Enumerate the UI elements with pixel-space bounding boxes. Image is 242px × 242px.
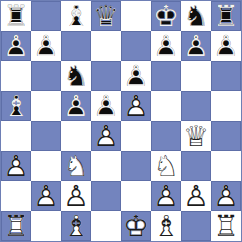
piece-white-bishop[interactable]: ♝♗ bbox=[151, 211, 181, 241]
white-pawn-glyph-fill: ♟ bbox=[91, 121, 121, 151]
square-d4[interactable]: ♟♙ bbox=[91, 121, 121, 151]
black-rook-glyph-outline: ♖ bbox=[211, 1, 241, 31]
square-e2[interactable] bbox=[121, 181, 151, 211]
square-a6[interactable] bbox=[1, 61, 31, 91]
white-bishop-glyph-fill: ♝ bbox=[61, 211, 91, 241]
white-pawn-glyph-outline: ♙ bbox=[211, 181, 241, 211]
black-king-glyph-fill: ♚ bbox=[151, 1, 181, 31]
black-bishop-glyph-outline: ♗ bbox=[61, 1, 91, 31]
white-pawn-glyph-fill: ♟ bbox=[121, 91, 151, 121]
square-e4[interactable] bbox=[121, 121, 151, 151]
white-bishop-glyph-outline: ♗ bbox=[61, 211, 91, 241]
piece-black-rook[interactable]: ♜♖ bbox=[1, 1, 31, 31]
square-g1[interactable] bbox=[181, 211, 211, 241]
piece-white-rook[interactable]: ♜♖ bbox=[211, 211, 241, 241]
white-pawn-glyph-outline: ♙ bbox=[1, 151, 31, 181]
black-pawn-glyph-outline: ♙ bbox=[151, 31, 181, 61]
piece-white-pawn[interactable]: ♟♙ bbox=[91, 121, 121, 151]
square-c5[interactable]: ♟♙ bbox=[61, 91, 91, 121]
piece-white-king[interactable]: ♚♔ bbox=[121, 211, 151, 241]
white-queen-glyph-outline: ♕ bbox=[181, 121, 211, 151]
piece-white-pawn[interactable]: ♟♙ bbox=[181, 181, 211, 211]
piece-white-pawn[interactable]: ♟♙ bbox=[211, 181, 241, 211]
black-pawn-glyph-outline: ♙ bbox=[91, 91, 121, 121]
white-knight-glyph-outline: ♘ bbox=[151, 151, 181, 181]
piece-black-bishop[interactable]: ♝♗ bbox=[61, 1, 91, 31]
square-c8[interactable]: ♝♗ bbox=[61, 1, 91, 31]
square-c3[interactable]: ♞♘ bbox=[61, 151, 91, 181]
square-f7[interactable]: ♟♙ bbox=[151, 31, 181, 61]
piece-black-knight[interactable]: ♞♘ bbox=[61, 61, 91, 91]
square-e6[interactable]: ♟♙ bbox=[121, 61, 151, 91]
square-e8[interactable] bbox=[121, 1, 151, 31]
square-h3[interactable] bbox=[211, 151, 241, 181]
square-f6[interactable] bbox=[151, 61, 181, 91]
piece-black-knight[interactable]: ♞♘ bbox=[181, 1, 211, 31]
white-pawn-glyph-outline: ♙ bbox=[181, 181, 211, 211]
square-f3[interactable]: ♞♘ bbox=[151, 151, 181, 181]
black-knight-glyph-fill: ♞ bbox=[61, 61, 91, 91]
piece-white-pawn[interactable]: ♟♙ bbox=[151, 181, 181, 211]
piece-white-pawn[interactable]: ♟♙ bbox=[1, 151, 31, 181]
white-pawn-glyph-fill: ♟ bbox=[181, 181, 211, 211]
piece-white-knight[interactable]: ♞♘ bbox=[151, 151, 181, 181]
square-d7[interactable] bbox=[91, 31, 121, 61]
white-queen-glyph-fill: ♛ bbox=[181, 121, 211, 151]
square-h4[interactable] bbox=[211, 121, 241, 151]
square-c1[interactable]: ♝♗ bbox=[61, 211, 91, 241]
black-pawn-glyph-fill: ♟ bbox=[91, 91, 121, 121]
square-a8[interactable]: ♜♖ bbox=[1, 1, 31, 31]
piece-black-rook[interactable]: ♜♖ bbox=[211, 1, 241, 31]
black-rook-glyph-fill: ♜ bbox=[1, 1, 31, 31]
square-b4[interactable] bbox=[31, 121, 61, 151]
white-rook-glyph-fill: ♜ bbox=[1, 211, 31, 241]
square-f8[interactable]: ♚♔ bbox=[151, 1, 181, 31]
square-g3[interactable] bbox=[181, 151, 211, 181]
square-f2[interactable]: ♟♙ bbox=[151, 181, 181, 211]
square-h1[interactable]: ♜♖ bbox=[211, 211, 241, 241]
square-a5[interactable]: ♝♗ bbox=[1, 91, 31, 121]
piece-white-pawn[interactable]: ♟♙ bbox=[61, 181, 91, 211]
square-g6[interactable] bbox=[181, 61, 211, 91]
piece-black-king[interactable]: ♚♔ bbox=[151, 1, 181, 31]
square-d1[interactable] bbox=[91, 211, 121, 241]
white-pawn-glyph-fill: ♟ bbox=[211, 181, 241, 211]
piece-black-pawn[interactable]: ♟♙ bbox=[121, 61, 151, 91]
black-queen-glyph-outline: ♕ bbox=[91, 1, 121, 31]
white-bishop-glyph-outline: ♗ bbox=[151, 211, 181, 241]
white-knight-glyph-fill: ♞ bbox=[151, 151, 181, 181]
square-a3[interactable]: ♟♙ bbox=[1, 151, 31, 181]
white-king-glyph-fill: ♚ bbox=[121, 211, 151, 241]
white-bishop-glyph-fill: ♝ bbox=[151, 211, 181, 241]
square-e3[interactable] bbox=[121, 151, 151, 181]
square-b8[interactable] bbox=[31, 1, 61, 31]
white-pawn-glyph-fill: ♟ bbox=[61, 181, 91, 211]
piece-white-knight[interactable]: ♞♘ bbox=[61, 151, 91, 181]
piece-black-queen[interactable]: ♛♕ bbox=[91, 1, 121, 31]
square-e7[interactable] bbox=[121, 31, 151, 61]
square-d8[interactable]: ♛♕ bbox=[91, 1, 121, 31]
square-d2[interactable] bbox=[91, 181, 121, 211]
square-c2[interactable]: ♟♙ bbox=[61, 181, 91, 211]
piece-black-pawn[interactable]: ♟♙ bbox=[211, 31, 241, 61]
black-pawn-glyph-outline: ♙ bbox=[211, 31, 241, 61]
piece-white-bishop[interactable]: ♝♗ bbox=[61, 211, 91, 241]
white-pawn-glyph-fill: ♟ bbox=[31, 181, 61, 211]
square-g7[interactable]: ♟♙ bbox=[181, 31, 211, 61]
black-bishop-glyph-outline: ♗ bbox=[1, 91, 31, 121]
square-g5[interactable] bbox=[181, 91, 211, 121]
square-a7[interactable]: ♟♙ bbox=[1, 31, 31, 61]
square-c4[interactable] bbox=[61, 121, 91, 151]
white-rook-glyph-fill: ♜ bbox=[211, 211, 241, 241]
square-h6[interactable] bbox=[211, 61, 241, 91]
chess-board: ♜♖♝♗♛♕♚♔♞♘♜♖♟♙♟♙♟♙♟♙♟♙♞♘♟♙♝♗♟♙♟♙♟♙♟♙♛♕♟♙… bbox=[0, 0, 242, 242]
white-pawn-glyph-outline: ♙ bbox=[121, 91, 151, 121]
black-pawn-glyph-fill: ♟ bbox=[31, 31, 61, 61]
black-queen-glyph-fill: ♛ bbox=[91, 1, 121, 31]
square-d3[interactable] bbox=[91, 151, 121, 181]
square-a2[interactable] bbox=[1, 181, 31, 211]
white-pawn-glyph-outline: ♙ bbox=[91, 121, 121, 151]
piece-black-pawn[interactable]: ♟♙ bbox=[151, 31, 181, 61]
piece-black-pawn[interactable]: ♟♙ bbox=[181, 31, 211, 61]
black-pawn-glyph-fill: ♟ bbox=[61, 91, 91, 121]
square-a4[interactable] bbox=[1, 121, 31, 151]
black-pawn-glyph-fill: ♟ bbox=[211, 31, 241, 61]
black-rook-glyph-outline: ♖ bbox=[1, 1, 31, 31]
square-h2[interactable]: ♟♙ bbox=[211, 181, 241, 211]
square-d6[interactable] bbox=[91, 61, 121, 91]
black-pawn-glyph-outline: ♙ bbox=[181, 31, 211, 61]
piece-black-pawn[interactable]: ♟♙ bbox=[61, 91, 91, 121]
white-pawn-glyph-outline: ♙ bbox=[151, 181, 181, 211]
square-f1[interactable]: ♝♗ bbox=[151, 211, 181, 241]
white-pawn-glyph-fill: ♟ bbox=[1, 151, 31, 181]
black-pawn-glyph-fill: ♟ bbox=[151, 31, 181, 61]
piece-white-pawn[interactable]: ♟♙ bbox=[31, 181, 61, 211]
piece-black-bishop[interactable]: ♝♗ bbox=[1, 91, 31, 121]
square-a1[interactable]: ♜♖ bbox=[1, 211, 31, 241]
black-knight-glyph-outline: ♘ bbox=[181, 1, 211, 31]
square-h5[interactable] bbox=[211, 91, 241, 121]
white-knight-glyph-fill: ♞ bbox=[61, 151, 91, 181]
black-pawn-glyph-fill: ♟ bbox=[1, 31, 31, 61]
piece-black-pawn[interactable]: ♟♙ bbox=[1, 31, 31, 61]
square-f5[interactable] bbox=[151, 91, 181, 121]
square-b1[interactable] bbox=[31, 211, 61, 241]
white-knight-glyph-outline: ♘ bbox=[61, 151, 91, 181]
square-h7[interactable]: ♟♙ bbox=[211, 31, 241, 61]
black-pawn-glyph-fill: ♟ bbox=[121, 61, 151, 91]
square-b5[interactable] bbox=[31, 91, 61, 121]
square-f4[interactable] bbox=[151, 121, 181, 151]
white-pawn-glyph-outline: ♙ bbox=[31, 181, 61, 211]
piece-white-pawn[interactable]: ♟♙ bbox=[121, 91, 151, 121]
square-h8[interactable]: ♜♖ bbox=[211, 1, 241, 31]
black-pawn-glyph-outline: ♙ bbox=[121, 61, 151, 91]
square-b7[interactable]: ♟♙ bbox=[31, 31, 61, 61]
white-rook-glyph-outline: ♖ bbox=[211, 211, 241, 241]
piece-black-pawn[interactable]: ♟♙ bbox=[91, 91, 121, 121]
white-king-glyph-outline: ♔ bbox=[121, 211, 151, 241]
white-pawn-glyph-outline: ♙ bbox=[61, 181, 91, 211]
square-b3[interactable] bbox=[31, 151, 61, 181]
square-g2[interactable]: ♟♙ bbox=[181, 181, 211, 211]
black-pawn-glyph-outline: ♙ bbox=[1, 31, 31, 61]
white-rook-glyph-outline: ♖ bbox=[1, 211, 31, 241]
black-rook-glyph-fill: ♜ bbox=[211, 1, 241, 31]
piece-white-queen[interactable]: ♛♕ bbox=[181, 121, 211, 151]
white-pawn-glyph-fill: ♟ bbox=[151, 181, 181, 211]
piece-black-pawn[interactable]: ♟♙ bbox=[31, 31, 61, 61]
black-knight-glyph-outline: ♘ bbox=[61, 61, 91, 91]
black-king-glyph-outline: ♔ bbox=[151, 1, 181, 31]
black-knight-glyph-fill: ♞ bbox=[181, 1, 211, 31]
square-c6[interactable]: ♞♘ bbox=[61, 61, 91, 91]
black-pawn-glyph-outline: ♙ bbox=[61, 91, 91, 121]
black-bishop-glyph-fill: ♝ bbox=[1, 91, 31, 121]
square-d5[interactable]: ♟♙ bbox=[91, 91, 121, 121]
black-bishop-glyph-fill: ♝ bbox=[61, 1, 91, 31]
black-pawn-glyph-outline: ♙ bbox=[31, 31, 61, 61]
square-b2[interactable]: ♟♙ bbox=[31, 181, 61, 211]
black-pawn-glyph-fill: ♟ bbox=[181, 31, 211, 61]
square-c7[interactable] bbox=[61, 31, 91, 61]
piece-white-rook[interactable]: ♜♖ bbox=[1, 211, 31, 241]
square-g8[interactable]: ♞♘ bbox=[181, 1, 211, 31]
square-g4[interactable]: ♛♕ bbox=[181, 121, 211, 151]
square-b6[interactable] bbox=[31, 61, 61, 91]
square-e5[interactable]: ♟♙ bbox=[121, 91, 151, 121]
square-e1[interactable]: ♚♔ bbox=[121, 211, 151, 241]
